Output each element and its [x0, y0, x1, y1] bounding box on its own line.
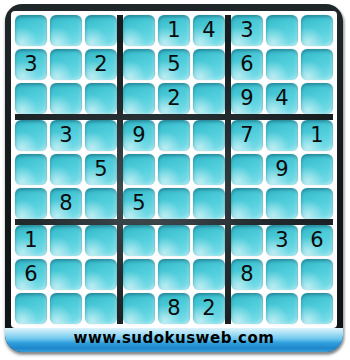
cell-r4c5[interactable] [158, 120, 190, 151]
cell-r3c7[interactable]: 9 [231, 83, 263, 114]
box-2-0: 16 [15, 225, 117, 324]
cell-r4c8[interactable] [266, 120, 298, 151]
cell-r6c5[interactable] [158, 188, 190, 219]
cell-r1c7[interactable]: 3 [231, 15, 263, 46]
cell-r2c8[interactable] [266, 49, 298, 80]
board-frame: 3214523694358957191682368 [5, 4, 343, 328]
cell-r9c2[interactable] [50, 293, 82, 324]
cell-r2c1[interactable]: 3 [15, 49, 47, 80]
cell-r6c3[interactable] [85, 188, 117, 219]
cell-r7c3[interactable] [85, 225, 117, 256]
cell-r6c6[interactable] [193, 188, 225, 219]
cell-r3c4[interactable] [123, 83, 155, 114]
cell-r1c3[interactable] [85, 15, 117, 46]
box-0-0: 32 [15, 15, 117, 114]
cell-r5c7[interactable] [231, 154, 263, 185]
cell-r1c6[interactable]: 4 [193, 15, 225, 46]
cell-r8c1[interactable]: 6 [15, 259, 47, 290]
cell-r8c3[interactable] [85, 259, 117, 290]
box-2-1: 82 [123, 225, 225, 324]
cell-r2c3[interactable]: 2 [85, 49, 117, 80]
cell-r3c1[interactable] [15, 83, 47, 114]
cell-r9c6[interactable]: 2 [193, 293, 225, 324]
box-1-1: 95 [123, 120, 225, 219]
cell-r8c8[interactable] [266, 259, 298, 290]
cell-r2c5[interactable]: 5 [158, 49, 190, 80]
cell-r8c4[interactable] [123, 259, 155, 290]
cell-r3c8[interactable]: 4 [266, 83, 298, 114]
cell-r8c5[interactable] [158, 259, 190, 290]
cell-r6c1[interactable] [15, 188, 47, 219]
cell-r4c1[interactable] [15, 120, 47, 151]
cell-r2c7[interactable]: 6 [231, 49, 263, 80]
cell-r7c1[interactable]: 1 [15, 225, 47, 256]
cell-r5c9[interactable] [301, 154, 333, 185]
cell-r6c2[interactable]: 8 [50, 188, 82, 219]
cell-r7c6[interactable] [193, 225, 225, 256]
website-link[interactable]: www.sudokusweb.com [74, 329, 275, 347]
cell-r7c4[interactable] [123, 225, 155, 256]
cell-r6c9[interactable] [301, 188, 333, 219]
cell-r5c6[interactable] [193, 154, 225, 185]
cell-r6c8[interactable] [266, 188, 298, 219]
cell-r4c7[interactable]: 7 [231, 120, 263, 151]
cell-r6c4[interactable]: 5 [123, 188, 155, 219]
box-1-2: 719 [231, 120, 333, 219]
cell-r2c6[interactable] [193, 49, 225, 80]
grid-panel: 3214523694358957191682368 [11, 11, 337, 328]
cell-r4c3[interactable] [85, 120, 117, 151]
cell-r4c4[interactable]: 9 [123, 120, 155, 151]
cell-r2c4[interactable] [123, 49, 155, 80]
cell-r9c1[interactable] [15, 293, 47, 324]
cell-r9c5[interactable]: 8 [158, 293, 190, 324]
cell-r9c3[interactable] [85, 293, 117, 324]
cell-r6c7[interactable] [231, 188, 263, 219]
box-2-2: 368 [231, 225, 333, 324]
cell-r5c1[interactable] [15, 154, 47, 185]
cell-r1c2[interactable] [50, 15, 82, 46]
cell-r5c2[interactable] [50, 154, 82, 185]
cell-r7c7[interactable] [231, 225, 263, 256]
cell-r9c8[interactable] [266, 293, 298, 324]
cell-r9c9[interactable] [301, 293, 333, 324]
cell-r8c2[interactable] [50, 259, 82, 290]
cell-r2c9[interactable] [301, 49, 333, 80]
cell-r1c1[interactable] [15, 15, 47, 46]
footer-bar: www.sudokusweb.com [5, 328, 343, 352]
cell-r3c6[interactable] [193, 83, 225, 114]
cell-r7c2[interactable] [50, 225, 82, 256]
cell-r5c3[interactable]: 5 [85, 154, 117, 185]
cell-r2c2[interactable] [50, 49, 82, 80]
cell-r5c8[interactable]: 9 [266, 154, 298, 185]
cell-r3c3[interactable] [85, 83, 117, 114]
box-1-0: 358 [15, 120, 117, 219]
cell-r7c5[interactable] [158, 225, 190, 256]
cell-r3c5[interactable]: 2 [158, 83, 190, 114]
cell-r5c4[interactable] [123, 154, 155, 185]
cell-r8c7[interactable]: 8 [231, 259, 263, 290]
cell-r3c2[interactable] [50, 83, 82, 114]
cell-r4c6[interactable] [193, 120, 225, 151]
cell-r1c8[interactable] [266, 15, 298, 46]
cell-r1c5[interactable]: 1 [158, 15, 190, 46]
cell-r1c9[interactable] [301, 15, 333, 46]
cell-r4c2[interactable]: 3 [50, 120, 82, 151]
cell-r1c4[interactable] [123, 15, 155, 46]
cell-r9c7[interactable] [231, 293, 263, 324]
sudoku-grid: 3214523694358957191682368 [15, 15, 333, 324]
cell-r8c6[interactable] [193, 259, 225, 290]
cell-r7c9[interactable]: 6 [301, 225, 333, 256]
cell-r7c8[interactable]: 3 [266, 225, 298, 256]
cell-r5c5[interactable] [158, 154, 190, 185]
cell-r4c9[interactable]: 1 [301, 120, 333, 151]
cell-r3c9[interactable] [301, 83, 333, 114]
sudoku-board: 3214523694358957191682368 www.sudokusweb… [5, 4, 343, 352]
cell-r9c4[interactable] [123, 293, 155, 324]
cell-r8c9[interactable] [301, 259, 333, 290]
box-0-2: 3694 [231, 15, 333, 114]
box-0-1: 1452 [123, 15, 225, 114]
